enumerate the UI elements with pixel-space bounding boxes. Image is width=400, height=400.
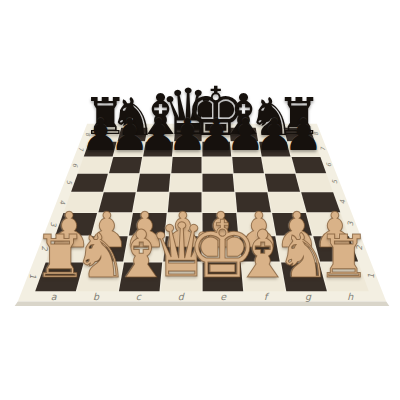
white-rook-h1[interactable]: ♜ <box>317 227 370 286</box>
board-pieces: ♜♞♝♛♚♝♞♜♟♟♟♟♟♟♟♟♟♟♟♟♟♟♟♟♜♞♝♛♚♝♞♜ <box>0 0 400 400</box>
chessboard-scene: abcdefgh8877665544332211 ♜♞♝♛♚♝♞♜♟♟♟♟♟♟♟… <box>0 0 400 400</box>
black-pawn-h7[interactable]: ♟ <box>284 113 323 157</box>
